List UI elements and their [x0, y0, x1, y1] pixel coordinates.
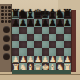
square-b5[interactable]	[19, 34, 26, 41]
carved-circle-small	[5, 13, 8, 16]
square-d6[interactable]	[34, 27, 41, 34]
square-a6[interactable]	[12, 27, 19, 34]
carved-circle-small	[1, 17, 4, 20]
carved-circle-small	[1, 10, 4, 13]
square-e6[interactable]	[42, 27, 49, 34]
square-h4[interactable]	[64, 41, 71, 48]
square-g5[interactable]	[56, 34, 63, 41]
carved-circle-small	[5, 10, 8, 13]
square-h1[interactable]: ♜	[64, 63, 71, 70]
square-g6[interactable]	[56, 27, 63, 34]
square-h6[interactable]	[64, 27, 71, 34]
square-d5[interactable]	[34, 34, 41, 41]
wooden-frame-bottom	[0, 74, 80, 80]
carved-circle-small	[5, 6, 8, 9]
square-f4[interactable]	[49, 41, 56, 48]
carved-circle-small	[1, 20, 4, 23]
square-a4[interactable]	[12, 41, 19, 48]
carved-circle-small	[5, 17, 8, 20]
carved-circle-large	[3, 53, 10, 60]
piece-black-pawn-h7[interactable]: ♟	[63, 19, 71, 28]
carved-circle-large	[3, 44, 10, 51]
carved-circle-small	[1, 6, 4, 9]
square-f6[interactable]	[49, 27, 56, 34]
square-h5[interactable]	[64, 34, 71, 41]
square-c6[interactable]	[27, 27, 34, 34]
square-c4[interactable]	[27, 41, 34, 48]
square-h7[interactable]: ♟	[64, 19, 71, 26]
carved-circle-large	[3, 26, 10, 33]
square-f5[interactable]	[49, 34, 56, 41]
square-a5[interactable]	[12, 34, 19, 41]
square-e5[interactable]	[42, 34, 49, 41]
carved-large-circles	[0, 26, 12, 60]
carved-circle-large	[3, 35, 10, 42]
chess-set-photo: ♜♞♝♛♚♝♞♜♟♟♟♟♟♟♟♟♟♟♟♟♟♟♟♟♜♞♝♛♚♝♞♜	[0, 0, 80, 80]
carved-circle-small	[5, 20, 8, 23]
carved-circle-small	[1, 13, 4, 16]
square-g4[interactable]	[56, 41, 63, 48]
square-d4[interactable]	[34, 41, 41, 48]
square-c5[interactable]	[27, 34, 34, 41]
square-b6[interactable]	[19, 27, 26, 34]
square-b4[interactable]	[19, 41, 26, 48]
square-e4[interactable]	[42, 41, 49, 48]
chess-board: ♜♞♝♛♚♝♞♜♟♟♟♟♟♟♟♟♟♟♟♟♟♟♟♟♜♞♝♛♚♝♞♜	[12, 12, 71, 70]
